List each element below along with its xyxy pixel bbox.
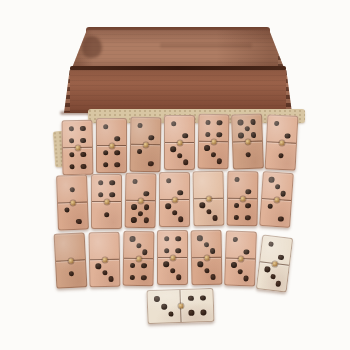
domino-half-bottom [160,200,189,225]
pip [163,261,169,267]
domino-tile-3-2[interactable] [259,171,294,228]
pip [164,248,170,254]
pip [80,138,86,144]
pip [142,249,148,255]
pip [205,120,211,126]
brass-spinner [211,139,216,144]
domino-half-bottom [63,148,92,174]
domino-tile-4-1[interactable] [91,174,122,229]
brass-spinner [172,197,177,202]
pip [204,268,210,274]
brass-spinner [75,145,80,150]
pip [250,119,256,125]
pip [210,274,216,280]
domino-half-bottom [56,260,86,286]
photo-scene [0,0,350,350]
pip [197,235,203,241]
pip [269,177,275,183]
domino-tile-2-5[interactable] [125,173,157,229]
pip [231,262,237,268]
pip [210,248,216,254]
domino-tile-2-1[interactable] [265,114,299,171]
domino-half-top [262,173,293,200]
pip [110,180,116,186]
pip [217,120,223,126]
pip [250,132,256,138]
domino-half-top [126,175,155,201]
pip [81,164,87,170]
pip [130,236,136,242]
domino-tile-3-4[interactable] [146,288,214,324]
pip [110,192,116,198]
pip [264,266,270,272]
pip [188,296,194,302]
domino-half-top [192,232,221,258]
pip [245,152,251,158]
brass-spinner [245,139,250,144]
domino-half-bottom [124,259,153,285]
pip [131,204,137,210]
pip [141,275,147,281]
pip [103,124,109,130]
domino-tile-0-3[interactable] [193,171,225,227]
domino-tile-1-2[interactable] [56,174,89,230]
pip [217,158,223,164]
domino-tile-0-3[interactable] [89,232,121,288]
brass-spinner [240,196,245,201]
domino-half-bottom [260,199,291,226]
pip [274,184,280,190]
pip [95,263,101,269]
brass-spinner [206,196,211,201]
brass-spinner [109,143,114,148]
brass-spinner [138,198,143,203]
pip [98,192,104,198]
pip [176,236,182,242]
domino-half-bottom [126,201,155,227]
domino-half-top [232,116,262,142]
pip [243,275,249,281]
pip [115,136,121,142]
brass-spinner [102,257,107,262]
domino-half-top [124,233,153,259]
pip [130,263,136,269]
box-front-panel [64,70,292,113]
brass-spinner [104,199,109,204]
pip [64,207,70,213]
pip [244,126,250,132]
domino-half-right [181,290,212,321]
pip [197,261,203,267]
pip [200,295,206,301]
pip [104,212,110,218]
pip [234,215,240,221]
pip [98,180,104,186]
pip [210,152,216,158]
pip [76,218,82,224]
pip [183,133,189,139]
pip [102,270,108,276]
domino-half-top [90,234,119,260]
pip [149,135,155,141]
pip [178,216,184,222]
pip [144,191,150,197]
domino-half-top [194,173,223,199]
domino-tile-2-3[interactable] [224,230,257,286]
pip [278,153,284,159]
pip [154,296,160,302]
domino-half-bottom [165,143,194,168]
domino-tile-2-3[interactable] [159,172,190,227]
brass-spinner [143,142,148,147]
brass-spinner [238,256,243,261]
dovetail-joint-icon [64,71,70,112]
domino-half-bottom [194,199,223,225]
pip [132,179,138,185]
pip [270,273,276,279]
domino-half-top [92,176,121,201]
pip [141,263,147,269]
domino-tile-2-2[interactable] [130,117,162,173]
domino-half-bottom [192,258,221,284]
pip [172,210,178,216]
domino-half-bottom [92,202,121,227]
domino-half-bottom [58,202,88,228]
pip [170,268,176,274]
domino-half-bottom [158,258,187,283]
brass-spinner [178,303,183,308]
domino-tile-2-4[interactable] [227,171,259,227]
domino-tile-2-4[interactable] [96,118,127,173]
pip [69,126,75,132]
pip [267,203,273,209]
domino-half-bottom [97,146,126,171]
pip [234,203,240,209]
domino-half-bottom [199,142,228,168]
domino-half-top [55,234,85,260]
pip [144,204,150,210]
domino-half-top [226,233,256,259]
pip [244,249,250,255]
domino-half-bottom [228,199,257,225]
domino-tile-4-4[interactable] [62,120,94,176]
pip [246,189,252,195]
domino-half-top [63,122,92,148]
pip [115,162,121,168]
pip [234,177,240,183]
pip [69,152,75,158]
pip [232,236,238,242]
domino-half-top [228,173,257,199]
pip [164,236,170,242]
domino-tile-3-3[interactable] [191,230,223,286]
pip [177,153,183,159]
domino-half-top [199,116,228,142]
pip [205,132,211,138]
pip [206,209,212,215]
pip [115,150,121,156]
domino-half-top [131,119,160,145]
domino-tile-4-3[interactable] [198,114,230,170]
domino-half-bottom [131,145,160,171]
pip [199,202,205,208]
box-lid [72,30,284,68]
domino-half-left [148,291,179,322]
pip [268,241,274,247]
pip [200,310,206,316]
domino-half-top [267,116,297,142]
pip [168,311,174,317]
pip [81,152,87,158]
domino-half-bottom [266,142,296,168]
pip [103,162,109,168]
brass-spinner [177,140,182,145]
domino-tile-5-1[interactable] [231,113,264,169]
domino-tile-4-3[interactable] [157,230,188,285]
domino-half-bottom [257,262,289,290]
pip [237,269,243,275]
dominoes-field [55,119,290,286]
domino-half-bottom [225,258,255,284]
pip [165,203,171,209]
pip [161,304,167,310]
domino-tile-2-3[interactable] [164,115,195,170]
pip [278,216,284,222]
pip [136,243,142,249]
pip [166,178,172,184]
pip [108,276,114,282]
pip [103,150,109,156]
domino-tile-2-3[interactable] [256,234,293,292]
pip [130,275,136,281]
pip [176,248,182,254]
domino-half-top [160,174,189,199]
domino-half-top [158,232,187,257]
pip [280,190,286,196]
lid-stain [82,36,102,58]
pip [212,215,218,221]
domino-half-top [97,120,126,145]
pip [275,281,281,287]
pip [217,132,223,138]
domino-half-bottom [90,260,119,286]
pip [137,149,143,155]
pip [69,164,75,170]
pip [176,274,182,280]
lid-faded-stamp [160,43,252,48]
pip [171,121,177,127]
brass-spinner [170,255,175,260]
pip [188,310,194,316]
brass-spinner [204,255,209,260]
pip [170,146,176,152]
pip [131,217,137,223]
pip [274,120,280,126]
domino-tile-3-4[interactable] [123,231,155,287]
pip [137,123,143,129]
pip [204,145,210,151]
domino-half-bottom [233,141,263,167]
brass-spinner [136,256,141,261]
pip [69,138,75,144]
domino-tile-0-1[interactable] [54,232,88,289]
domino-half-top [57,177,87,203]
pip [238,119,244,125]
pip [178,190,184,196]
domino-half-top [165,117,194,142]
pip [238,132,244,138]
pip [148,161,154,167]
pip [183,159,189,165]
pip [80,126,86,132]
pip [69,187,75,193]
pip [278,254,284,260]
pip [137,211,143,217]
pip [245,203,251,209]
pip [203,242,209,248]
pip [285,133,291,139]
brass-spinner [70,200,75,205]
pip [68,271,74,277]
dovetail-joint-icon [286,71,292,112]
dovetail-joint-icon [278,32,284,66]
pip [245,215,251,221]
pip [143,217,149,223]
